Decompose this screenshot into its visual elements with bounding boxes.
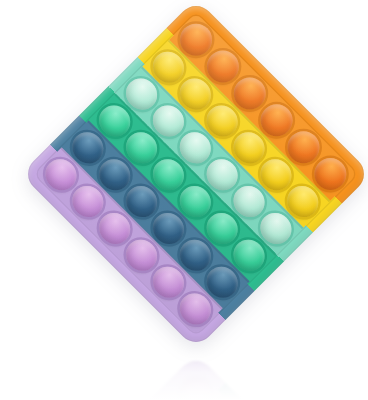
product-photo-scene: [0, 0, 368, 400]
pop-it-toy: [0, 0, 368, 400]
pop-it-board: [21, 0, 368, 349]
